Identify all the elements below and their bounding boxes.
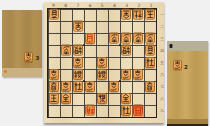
file-label: 5	[96, 3, 108, 9]
board-square-9-4[interactable]	[48, 45, 60, 57]
rank-label: 一	[160, 9, 165, 21]
piece-fu[interactable]	[133, 69, 143, 80]
piece-hisha[interactable]	[97, 93, 107, 104]
gote-indicator-icon	[4, 70, 7, 73]
board-square-9-5[interactable]	[48, 57, 60, 69]
piece-kei[interactable]	[133, 9, 143, 20]
piece-kei[interactable]	[73, 81, 83, 92]
file-label: 6	[84, 3, 96, 9]
board-square-2-5[interactable]	[132, 57, 144, 69]
board-square-5-4[interactable]	[96, 45, 108, 57]
piece-fu[interactable]	[109, 33, 119, 44]
board-square-6-4[interactable]	[84, 45, 96, 57]
board-grid[interactable]	[47, 8, 157, 118]
file-label: 2	[133, 3, 145, 9]
shogi-app: 3 987654321 一二三四五六七八九 2	[0, 0, 210, 126]
piece-fu[interactable]	[73, 57, 83, 68]
piece-uma-promoted[interactable]	[85, 33, 95, 44]
board-square-4-8[interactable]	[108, 93, 120, 105]
piece-kin[interactable]	[121, 9, 131, 20]
board-square-3-5[interactable]	[120, 57, 132, 69]
piece-gin[interactable]	[121, 45, 131, 56]
rank-label: 八	[160, 93, 165, 105]
board-square-4-9[interactable]	[108, 105, 120, 117]
board-square-8-3[interactable]	[60, 33, 72, 45]
piece-fu[interactable]	[61, 81, 71, 92]
board-square-7-9[interactable]	[72, 105, 84, 117]
board-square-7-1[interactable]	[72, 9, 84, 21]
board-square-5-2[interactable]	[96, 21, 108, 33]
board-square-8-9[interactable]	[60, 105, 72, 117]
board-square-5-9[interactable]	[96, 105, 108, 117]
board-square-6-5[interactable]	[84, 57, 96, 69]
board-square-6-1[interactable]	[84, 9, 96, 21]
board-square-4-2[interactable]	[108, 21, 120, 33]
piece-gin[interactable]	[97, 69, 107, 80]
piece-kin[interactable]	[73, 21, 83, 32]
rank-label: 六	[160, 69, 165, 81]
board-square-6-8[interactable]	[84, 93, 96, 105]
piece-kyo[interactable]	[49, 9, 59, 20]
board-square-8-1[interactable]	[60, 9, 72, 21]
board-square-8-5[interactable]	[60, 57, 72, 69]
file-label: 9	[47, 3, 59, 9]
piece-kyo[interactable]	[145, 45, 155, 56]
piece-kyo[interactable]	[49, 81, 59, 92]
piece-ou[interactable]	[49, 93, 59, 104]
piece-gyoku[interactable]	[145, 9, 155, 20]
board-square-9-9[interactable]	[48, 105, 60, 117]
board-square-4-1[interactable]	[108, 9, 120, 21]
piece-kei[interactable]	[145, 57, 155, 68]
rank-label: 七	[160, 81, 165, 93]
piece-fu[interactable]	[133, 33, 143, 44]
board-square-5-3[interactable]	[96, 33, 108, 45]
shogi-board: 987654321 一二三四五六七八九	[44, 2, 164, 123]
piece-fu[interactable]	[61, 45, 71, 56]
file-label: 8	[60, 3, 72, 9]
board-square-4-5[interactable]	[108, 57, 120, 69]
board-square-9-2[interactable]	[48, 21, 60, 33]
board-square-6-2[interactable]	[84, 21, 96, 33]
piece-fu[interactable]	[49, 69, 59, 80]
star-point	[119, 80, 121, 82]
board-square-1-9[interactable]	[144, 105, 156, 117]
board-square-9-3[interactable]	[48, 33, 60, 45]
piece-gin[interactable]	[73, 69, 83, 80]
rank-label: 五	[160, 57, 165, 69]
board-square-3-2[interactable]	[120, 21, 132, 33]
piece-kyo[interactable]	[145, 81, 155, 92]
sente-indicator-icon	[169, 44, 173, 49]
board-square-8-6[interactable]	[60, 69, 72, 81]
board-square-1-8[interactable]	[144, 93, 156, 105]
piece-fu[interactable]	[145, 33, 155, 44]
board-square-5-1[interactable]	[96, 9, 108, 21]
piece-uma-promoted[interactable]	[133, 105, 143, 116]
gote-piece-stand: 3	[2, 10, 42, 77]
sente-piece-stand: 2	[167, 41, 208, 126]
board-square-4-4[interactable]	[108, 45, 120, 57]
board-square-2-4[interactable]	[132, 45, 144, 57]
sente-player-plate	[167, 41, 208, 51]
star-point	[83, 44, 85, 46]
piece-fu[interactable]	[121, 33, 131, 44]
board-square-1-6[interactable]	[144, 69, 156, 81]
rank-label: 九	[160, 105, 165, 117]
piece-gin[interactable]	[73, 45, 83, 56]
board-square-1-2[interactable]	[144, 21, 156, 33]
sente-hand-count: 2	[184, 64, 188, 70]
rank-labels: 一二三四五六七八九	[160, 9, 165, 117]
piece-ryu-promoted[interactable]	[85, 105, 95, 116]
board-square-2-2[interactable]	[132, 21, 144, 33]
file-labels: 987654321	[47, 3, 157, 9]
piece-fu[interactable]	[109, 81, 119, 92]
rank-label: 四	[160, 45, 165, 57]
file-label: 1	[145, 3, 157, 9]
file-label: 4	[108, 3, 120, 9]
file-label: 3	[121, 3, 133, 9]
board-square-7-8[interactable]	[72, 93, 84, 105]
sente-hand-piece-fu[interactable]	[173, 60, 182, 70]
file-label: 7	[72, 3, 84, 9]
board-square-2-8[interactable]	[132, 93, 144, 105]
board-square-3-7[interactable]	[120, 81, 132, 93]
piece-fu[interactable]	[85, 81, 95, 92]
piece-kei[interactable]	[121, 105, 131, 116]
piece-fu[interactable]	[97, 57, 107, 68]
gote-player-plate	[2, 68, 42, 78]
rank-label: 二	[160, 21, 165, 33]
gote-hand-piece-fu[interactable]	[24, 52, 33, 62]
board-square-6-6[interactable]	[84, 69, 96, 81]
board-square-2-7[interactable]	[132, 81, 144, 93]
stand-shadow	[167, 124, 208, 126]
piece-kin[interactable]	[121, 93, 131, 104]
piece-fu[interactable]	[121, 69, 131, 80]
gote-hand-count: 3	[36, 55, 40, 61]
board-square-8-2[interactable]	[60, 21, 72, 33]
rank-label: 三	[160, 33, 165, 45]
piece-kin[interactable]	[61, 93, 71, 104]
board-square-5-7[interactable]	[96, 81, 108, 93]
